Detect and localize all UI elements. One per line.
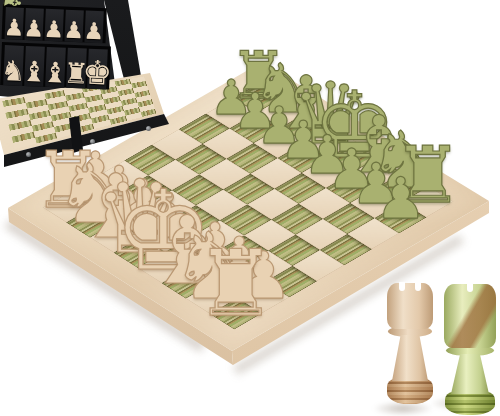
rook-base <box>445 392 495 415</box>
product-photo: ♟♟♟♟♟ ♞♝♝♜♚ ♝ ♜♞♝♛♚♝♞♜♟♟♟♟♟♟♟♟♟♟♟♟♟♟♟♟♜♞… <box>0 0 500 416</box>
display-rook-green <box>443 284 497 404</box>
case-screw <box>146 126 151 131</box>
piece-white-rook: ♜ <box>195 237 277 328</box>
tray-piece-pawn: ♟ <box>3 16 25 40</box>
tray-piece-king: ♚ <box>82 55 113 89</box>
tray-slot: ♟ <box>44 9 63 42</box>
crenel-notch <box>415 282 421 291</box>
rook-base <box>387 379 433 404</box>
crenel-notch <box>467 283 473 292</box>
tray-slot: ♟ <box>84 10 103 43</box>
piece-green-pawn: ♟ <box>375 170 426 227</box>
tray-piece-pawn: ♟ <box>23 17 45 41</box>
case-screw <box>26 152 31 157</box>
tray-slot: ♚ <box>87 49 108 90</box>
tray-piece-pawn: ♟ <box>43 18 65 42</box>
tray-piece-pawn: ♟ <box>83 19 105 43</box>
rook-body <box>451 354 489 394</box>
crenel-notch <box>399 282 405 291</box>
tray-piece-pawn: ♟ <box>63 19 85 43</box>
rook-body <box>392 335 428 381</box>
tray-slot: ♟ <box>25 8 44 41</box>
rook-cap <box>387 283 433 329</box>
case-tray-row-majors: ♞♝♝♜♚ <box>0 42 111 90</box>
rook-cap <box>444 284 496 348</box>
display-rook-beige <box>386 283 434 409</box>
tray-slot: ♟ <box>64 10 83 43</box>
